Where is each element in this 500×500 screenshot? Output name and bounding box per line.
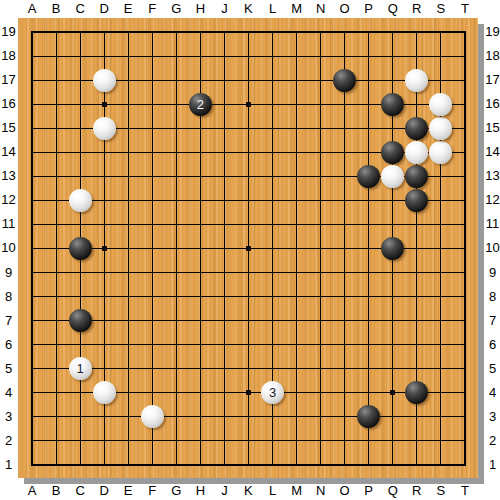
grid-line-vertical-N — [320, 32, 321, 465]
row-label-left-6: 6 — [0, 338, 17, 352]
row-label-right-4: 4 — [485, 386, 500, 400]
col-label-bottom-D: D — [99, 484, 108, 498]
row-label-left-16: 16 — [0, 97, 17, 111]
row-label-left-9: 9 — [0, 266, 17, 280]
col-label-top-C: C — [75, 2, 84, 16]
stone-black-C10[interactable] — [69, 237, 92, 260]
col-label-top-H: H — [196, 2, 205, 16]
col-label-bottom-J: J — [221, 484, 228, 498]
stone-black-H16[interactable]: 2 — [189, 93, 212, 116]
row-label-right-9: 9 — [485, 266, 500, 280]
grid-line-horizontal-6 — [32, 344, 465, 345]
col-label-bottom-P: P — [364, 484, 373, 498]
stone-white-F3[interactable] — [141, 405, 164, 428]
stone-black-R13[interactable] — [405, 165, 428, 188]
star-point-K16 — [246, 102, 251, 107]
grid-line-horizontal-2 — [32, 440, 465, 441]
grid-line-vertical-P — [368, 32, 369, 465]
row-label-left-17: 17 — [0, 73, 17, 87]
col-label-top-G: G — [171, 2, 181, 16]
stone-white-Q13[interactable] — [381, 165, 404, 188]
col-label-bottom-G: G — [171, 484, 181, 498]
row-label-right-10: 10 — [485, 241, 500, 255]
col-label-bottom-O: O — [340, 484, 350, 498]
stone-black-R12[interactable] — [405, 189, 428, 212]
col-label-top-Q: Q — [388, 2, 398, 16]
col-label-top-M: M — [291, 2, 302, 16]
row-label-left-13: 13 — [0, 169, 17, 183]
row-label-left-18: 18 — [0, 49, 17, 63]
grid-line-horizontal-5 — [32, 368, 465, 369]
grid-line-vertical-O — [344, 32, 345, 465]
col-label-bottom-N: N — [316, 484, 325, 498]
grid-line-vertical-M — [296, 32, 297, 465]
row-label-left-14: 14 — [0, 145, 17, 159]
row-label-right-5: 5 — [485, 362, 500, 376]
row-label-right-11: 11 — [485, 217, 500, 231]
col-label-bottom-S: S — [437, 484, 446, 498]
stone-white-D15[interactable] — [93, 117, 116, 140]
col-label-bottom-Q: Q — [388, 484, 398, 498]
row-label-right-14: 14 — [485, 145, 500, 159]
col-label-top-D: D — [99, 2, 108, 16]
stone-black-Q14[interactable] — [381, 141, 404, 164]
go-diagram: 213 AABBCCDDEEFFGGHHJJKKLLMMNNOOPPQQRRSS… — [0, 0, 500, 500]
star-point-K10 — [246, 246, 251, 251]
col-label-top-O: O — [340, 2, 350, 16]
col-label-bottom-T: T — [461, 484, 469, 498]
col-label-bottom-B: B — [52, 484, 61, 498]
col-label-bottom-M: M — [291, 484, 302, 498]
row-label-right-13: 13 — [485, 169, 500, 183]
row-label-right-6: 6 — [485, 338, 500, 352]
stone-white-S14[interactable] — [429, 141, 452, 164]
col-label-bottom-L: L — [269, 484, 276, 498]
col-label-top-K: K — [244, 2, 253, 16]
col-label-bottom-H: H — [196, 484, 205, 498]
grid-line-horizontal-9 — [32, 272, 465, 273]
stone-white-S16[interactable] — [429, 93, 452, 116]
row-label-left-2: 2 — [0, 434, 17, 448]
stone-white-D4[interactable] — [93, 381, 116, 404]
row-label-left-4: 4 — [0, 386, 17, 400]
stone-white-R14[interactable] — [405, 141, 428, 164]
col-label-top-S: S — [437, 2, 446, 16]
col-label-top-N: N — [316, 2, 325, 16]
star-point-D16 — [102, 102, 107, 107]
grid-line-horizontal-7 — [32, 320, 465, 321]
row-label-right-1: 1 — [485, 458, 500, 472]
grid-line-horizontal-8 — [32, 296, 465, 297]
go-board[interactable]: 213 — [18, 18, 478, 478]
stone-white-S15[interactable] — [429, 117, 452, 140]
star-point-K4 — [246, 390, 251, 395]
stone-black-R15[interactable] — [405, 117, 428, 140]
row-label-left-8: 8 — [0, 290, 17, 304]
row-label-right-19: 19 — [485, 25, 500, 39]
move-number-2: 2 — [189, 93, 212, 116]
col-label-top-T: T — [461, 2, 469, 16]
star-point-Q4 — [390, 390, 395, 395]
stone-white-C5[interactable]: 1 — [69, 357, 92, 380]
row-label-right-17: 17 — [485, 73, 500, 87]
col-label-top-P: P — [364, 2, 373, 16]
col-label-top-E: E — [124, 2, 133, 16]
row-label-left-12: 12 — [0, 193, 17, 207]
star-point-D10 — [102, 246, 107, 251]
row-label-left-10: 10 — [0, 241, 17, 255]
row-label-left-7: 7 — [0, 314, 17, 328]
row-label-left-1: 1 — [0, 458, 17, 472]
move-number-1: 1 — [69, 357, 92, 380]
row-label-right-3: 3 — [485, 410, 500, 424]
col-label-bottom-K: K — [244, 484, 253, 498]
stone-white-R17[interactable] — [405, 69, 428, 92]
row-label-right-16: 16 — [485, 97, 500, 111]
row-label-right-18: 18 — [485, 49, 500, 63]
col-label-bottom-E: E — [124, 484, 133, 498]
row-label-left-5: 5 — [0, 362, 17, 376]
col-label-top-L: L — [269, 2, 276, 16]
stone-white-C12[interactable] — [69, 189, 92, 212]
stone-white-D17[interactable] — [93, 69, 116, 92]
stone-white-L4[interactable]: 3 — [261, 381, 284, 404]
row-label-right-2: 2 — [485, 434, 500, 448]
col-label-top-B: B — [52, 2, 61, 16]
row-label-left-3: 3 — [0, 410, 17, 424]
col-label-bottom-C: C — [75, 484, 84, 498]
stone-black-Q16[interactable] — [381, 93, 404, 116]
move-number-3: 3 — [261, 381, 284, 404]
row-label-left-15: 15 — [0, 121, 17, 135]
stone-black-O17[interactable] — [333, 69, 356, 92]
row-label-left-11: 11 — [0, 217, 17, 231]
col-label-bottom-F: F — [148, 484, 156, 498]
row-label-right-15: 15 — [485, 121, 500, 135]
row-label-right-12: 12 — [485, 193, 500, 207]
row-label-right-8: 8 — [485, 290, 500, 304]
col-label-top-F: F — [148, 2, 156, 16]
row-label-left-19: 19 — [0, 25, 17, 39]
col-label-top-J: J — [221, 2, 228, 16]
stone-black-P13[interactable] — [357, 165, 380, 188]
col-label-bottom-A: A — [28, 484, 37, 498]
col-label-top-A: A — [28, 2, 37, 16]
grid-line-horizontal-3 — [32, 416, 465, 417]
stone-black-C7[interactable] — [69, 309, 92, 332]
col-label-bottom-R: R — [412, 484, 421, 498]
row-label-right-7: 7 — [485, 314, 500, 328]
col-label-top-R: R — [412, 2, 421, 16]
